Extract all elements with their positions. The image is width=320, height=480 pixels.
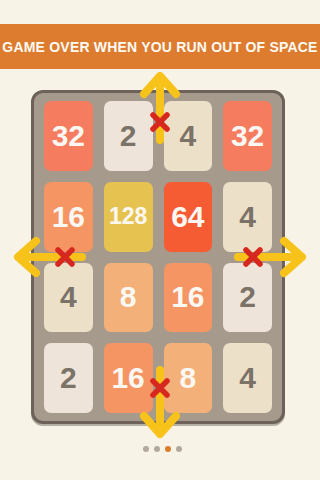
tile-4: 4 xyxy=(223,343,272,413)
app-screen: GAME OVER WHEN YOU RUN OUT OF SPACE 3224… xyxy=(0,0,320,480)
tile-32: 32 xyxy=(223,101,272,171)
page-indicator xyxy=(0,445,320,453)
page-dot-2[interactable] xyxy=(154,446,160,452)
tile-8: 8 xyxy=(104,263,153,333)
tile-32: 32 xyxy=(44,101,93,171)
swipe-up-arrow xyxy=(138,70,182,144)
instruction-banner: GAME OVER WHEN YOU RUN OUT OF SPACE xyxy=(0,24,320,69)
page-dot-1[interactable] xyxy=(143,446,149,452)
tile-16: 16 xyxy=(164,263,213,333)
swipe-down-arrow xyxy=(138,366,182,440)
swipe-left-arrow xyxy=(12,235,86,279)
instruction-text: GAME OVER WHEN YOU RUN OUT OF SPACE xyxy=(2,39,317,55)
tile-64: 64 xyxy=(164,182,213,252)
swipe-right-arrow xyxy=(234,235,308,279)
tile-2: 2 xyxy=(44,343,93,413)
tile-128: 128 xyxy=(104,182,153,252)
page-dot-3[interactable] xyxy=(165,446,171,452)
page-dot-4[interactable] xyxy=(176,446,182,452)
